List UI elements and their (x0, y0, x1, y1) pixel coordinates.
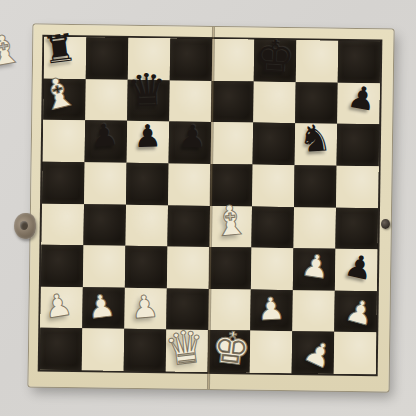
square-b2[interactable]: ♟ (82, 287, 125, 329)
piece-white-bishop-a7[interactable]: ♝ (36, 71, 81, 119)
piece-black-pawn-b6[interactable]: ♟ (89, 119, 119, 152)
square-c5[interactable] (126, 163, 169, 205)
piece-white-pawn-g1[interactable]: ♟ (300, 335, 338, 375)
piece-black-pawn-c6[interactable]: ♟ (133, 120, 161, 152)
square-g1[interactable]: ♟ (292, 332, 335, 374)
piece-white-king-e1[interactable]: ♚ (209, 324, 253, 372)
square-c2[interactable]: ♟ (124, 288, 167, 330)
piece-white-queen-d1[interactable]: ♛ (162, 323, 208, 373)
square-g4[interactable] (293, 207, 336, 249)
photo-scene: ♝ ♜♚♝♛♟♟♟♟♞♝♟♟♟♟♟♟♟♛♚♟ (0, 0, 416, 416)
chess-board: ♜♚♝♛♟♟♟♟♞♝♟♟♟♟♟♟♟♛♚♟ (28, 25, 393, 392)
square-e8[interactable] (212, 39, 255, 81)
square-f6[interactable] (253, 123, 296, 165)
square-c1[interactable] (124, 329, 167, 371)
square-a7[interactable]: ♝ (43, 78, 86, 120)
piece-white-pawn-g3[interactable]: ♟ (299, 249, 331, 284)
board-latch-icon (381, 219, 390, 229)
piece-black-pawn-h3[interactable]: ♟ (342, 249, 376, 285)
square-h4[interactable] (335, 207, 378, 249)
square-a3[interactable] (41, 245, 84, 287)
square-g3[interactable]: ♟ (293, 248, 336, 290)
square-f3[interactable] (251, 248, 294, 290)
square-e6[interactable] (211, 122, 254, 164)
square-h2[interactable]: ♟ (334, 290, 377, 332)
piece-white-pawn-a2[interactable]: ♟ (42, 288, 74, 323)
square-f7[interactable] (253, 81, 296, 123)
square-h5[interactable] (336, 166, 379, 208)
square-b8[interactable] (86, 37, 129, 79)
square-d5[interactable] (168, 163, 211, 205)
piece-white-pawn-c2[interactable]: ♟ (129, 290, 159, 323)
piece-black-king-f8[interactable]: ♚ (254, 34, 296, 80)
square-a4[interactable] (41, 203, 84, 245)
square-h3[interactable]: ♟ (335, 249, 378, 291)
square-g8[interactable] (296, 40, 339, 82)
square-f1[interactable] (250, 331, 293, 373)
square-h6[interactable] (337, 124, 380, 166)
piece-black-pawn-h7[interactable]: ♟ (346, 81, 379, 117)
square-f2[interactable]: ♟ (250, 289, 293, 331)
piece-black-pawn-d6[interactable]: ♟ (178, 121, 207, 153)
square-b5[interactable] (84, 162, 127, 204)
square-b6[interactable]: ♟ (85, 120, 128, 162)
square-c3[interactable] (125, 246, 168, 288)
square-f4[interactable] (251, 206, 294, 248)
square-a1[interactable] (40, 328, 83, 370)
offboard-captured-piece: ♝ (0, 27, 25, 73)
piece-white-pawn-h2[interactable]: ♟ (342, 293, 377, 330)
square-c4[interactable] (125, 204, 168, 246)
square-d4[interactable] (167, 205, 210, 247)
square-f8[interactable]: ♚ (254, 40, 297, 82)
piece-white-bishop-e4[interactable]: ♝ (210, 200, 250, 244)
piece-black-knight-g6[interactable]: ♞ (298, 119, 333, 158)
square-g6[interactable]: ♞ (295, 123, 338, 165)
square-a5[interactable] (42, 162, 85, 204)
piece-black-rook-a8[interactable]: ♜ (40, 28, 79, 70)
square-d6[interactable]: ♟ (169, 122, 212, 164)
piece-white-pawn-f2[interactable]: ♟ (256, 292, 285, 325)
square-b7[interactable] (85, 79, 128, 121)
square-h7[interactable]: ♟ (337, 82, 380, 124)
square-e4[interactable]: ♝ (209, 205, 252, 247)
square-a6[interactable] (43, 120, 86, 162)
piece-black-queen-c7[interactable]: ♛ (126, 67, 168, 114)
square-a2[interactable]: ♟ (40, 286, 83, 328)
square-g2[interactable] (292, 290, 335, 332)
square-b4[interactable] (83, 204, 126, 246)
square-g5[interactable] (294, 165, 337, 207)
square-d7[interactable] (169, 80, 212, 122)
square-e3[interactable] (209, 247, 252, 289)
square-e7[interactable] (211, 81, 254, 123)
square-h1[interactable] (334, 332, 377, 374)
square-e1[interactable]: ♚ (208, 330, 251, 372)
piece-white-pawn-b2[interactable]: ♟ (86, 289, 117, 323)
square-d8[interactable] (170, 38, 213, 80)
square-f5[interactable] (252, 164, 295, 206)
board-clasp-icon (14, 213, 36, 239)
square-h8[interactable] (338, 41, 381, 83)
square-c7[interactable]: ♛ (127, 79, 170, 121)
square-b3[interactable] (83, 245, 126, 287)
square-b1[interactable] (82, 329, 125, 371)
square-c6[interactable]: ♟ (127, 121, 170, 163)
square-d1[interactable]: ♛ (166, 330, 209, 372)
square-d3[interactable] (167, 247, 210, 289)
